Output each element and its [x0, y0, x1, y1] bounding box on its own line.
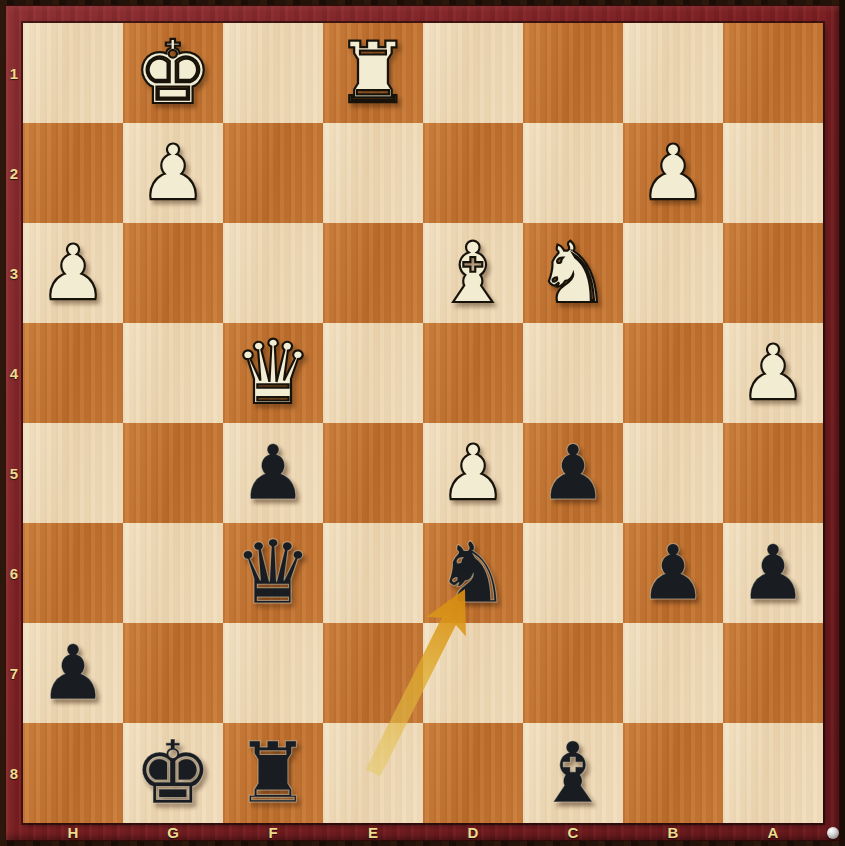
square-b4[interactable]: [623, 323, 723, 423]
square-h5[interactable]: [23, 423, 123, 523]
square-h6[interactable]: [23, 523, 123, 623]
square-b1[interactable]: [623, 23, 723, 123]
square-d2[interactable]: [423, 123, 523, 223]
black-queen-f6[interactable]: ♛: [223, 523, 323, 623]
square-h2[interactable]: [23, 123, 123, 223]
square-e6[interactable]: [323, 523, 423, 623]
square-c8[interactable]: ♝: [523, 723, 623, 823]
square-g7[interactable]: [123, 623, 223, 723]
square-f1[interactable]: [223, 23, 323, 123]
square-c3[interactable]: ♞: [523, 223, 623, 323]
square-g1[interactable]: ♚: [123, 23, 223, 123]
square-e3[interactable]: [323, 223, 423, 323]
square-g8[interactable]: ♚: [123, 723, 223, 823]
square-g3[interactable]: [123, 223, 223, 323]
file-label-c: C: [523, 823, 623, 841]
square-a8[interactable]: [723, 723, 823, 823]
square-h7[interactable]: ♟: [23, 623, 123, 723]
square-c7[interactable]: [523, 623, 623, 723]
file-label-g: G: [123, 823, 223, 841]
square-e4[interactable]: [323, 323, 423, 423]
white-pawn-a4[interactable]: ♟: [723, 323, 823, 423]
square-c6[interactable]: [523, 523, 623, 623]
file-label-d: D: [423, 823, 523, 841]
square-d8[interactable]: [423, 723, 523, 823]
white-pawn-h3[interactable]: ♟: [23, 223, 123, 323]
square-e7[interactable]: [323, 623, 423, 723]
square-g5[interactable]: [123, 423, 223, 523]
square-f2[interactable]: [223, 123, 323, 223]
file-label-e: E: [323, 823, 423, 841]
square-e5[interactable]: [323, 423, 423, 523]
square-a6[interactable]: ♟: [723, 523, 823, 623]
rank-label-5: 5: [5, 423, 23, 523]
square-e8[interactable]: [323, 723, 423, 823]
square-b6[interactable]: ♟: [623, 523, 723, 623]
rank-label-1: 1: [5, 23, 23, 123]
square-f5[interactable]: ♟: [223, 423, 323, 523]
square-h8[interactable]: [23, 723, 123, 823]
square-b2[interactable]: ♟: [623, 123, 723, 223]
file-label-a: A: [723, 823, 823, 841]
square-h3[interactable]: ♟: [23, 223, 123, 323]
file-label-f: F: [223, 823, 323, 841]
square-d5[interactable]: ♟: [423, 423, 523, 523]
square-f6[interactable]: ♛: [223, 523, 323, 623]
black-pawn-f5[interactable]: ♟: [223, 423, 323, 523]
square-f8[interactable]: ♜: [223, 723, 323, 823]
white-knight-c3[interactable]: ♞: [523, 223, 623, 323]
rank-label-7: 7: [5, 623, 23, 723]
square-b5[interactable]: [623, 423, 723, 523]
black-knight-d6[interactable]: ♞: [423, 523, 523, 623]
square-e2[interactable]: [323, 123, 423, 223]
rank-labels: 12345678: [5, 23, 23, 823]
square-a1[interactable]: [723, 23, 823, 123]
square-b7[interactable]: [623, 623, 723, 723]
white-pawn-b2[interactable]: ♟: [623, 123, 723, 223]
square-a2[interactable]: [723, 123, 823, 223]
chess-board: ♚♜♟♟♟♝♞♛♟♟♟♟♛♞♟♟♟♚♜♝: [23, 23, 823, 823]
square-c1[interactable]: [523, 23, 623, 123]
chess-app-window: ♚♜♟♟♟♝♞♛♟♟♟♟♛♞♟♟♟♚♜♝ 12345678 HGFEDCBA: [0, 0, 845, 846]
board-corner-button[interactable]: [827, 827, 839, 839]
black-pawn-c5[interactable]: ♟: [523, 423, 623, 523]
square-g2[interactable]: ♟: [123, 123, 223, 223]
square-f7[interactable]: [223, 623, 323, 723]
square-f3[interactable]: [223, 223, 323, 323]
square-d7[interactable]: [423, 623, 523, 723]
file-labels: HGFEDCBA: [23, 823, 823, 841]
white-pawn-d5[interactable]: ♟: [423, 423, 523, 523]
rank-label-3: 3: [5, 223, 23, 323]
black-pawn-b6[interactable]: ♟: [623, 523, 723, 623]
white-rook-e1[interactable]: ♜: [323, 23, 423, 123]
square-h1[interactable]: [23, 23, 123, 123]
square-d6[interactable]: ♞: [423, 523, 523, 623]
square-f4[interactable]: ♛: [223, 323, 323, 423]
square-a3[interactable]: [723, 223, 823, 323]
square-a4[interactable]: ♟: [723, 323, 823, 423]
square-a5[interactable]: [723, 423, 823, 523]
square-e1[interactable]: ♜: [323, 23, 423, 123]
square-h4[interactable]: [23, 323, 123, 423]
white-bishop-d3[interactable]: ♝: [423, 223, 523, 323]
black-king-g8[interactable]: ♚: [123, 723, 223, 823]
square-b3[interactable]: [623, 223, 723, 323]
square-c4[interactable]: [523, 323, 623, 423]
black-pawn-a6[interactable]: ♟: [723, 523, 823, 623]
black-bishop-c8[interactable]: ♝: [523, 723, 623, 823]
white-queen-f4[interactable]: ♛: [223, 323, 323, 423]
square-a7[interactable]: [723, 623, 823, 723]
rank-label-4: 4: [5, 323, 23, 423]
square-c5[interactable]: ♟: [523, 423, 623, 523]
black-rook-f8[interactable]: ♜: [223, 723, 323, 823]
rank-label-8: 8: [5, 723, 23, 823]
rank-label-2: 2: [5, 123, 23, 223]
square-g6[interactable]: [123, 523, 223, 623]
black-pawn-h7[interactable]: ♟: [23, 623, 123, 723]
file-label-h: H: [23, 823, 123, 841]
white-pawn-g2[interactable]: ♟: [123, 123, 223, 223]
square-b8[interactable]: [623, 723, 723, 823]
file-label-b: B: [623, 823, 723, 841]
square-d4[interactable]: [423, 323, 523, 423]
white-king-g1[interactable]: ♚: [123, 23, 223, 123]
square-d3[interactable]: ♝: [423, 223, 523, 323]
square-c2[interactable]: [523, 123, 623, 223]
square-g4[interactable]: [123, 323, 223, 423]
square-d1[interactable]: [423, 23, 523, 123]
rank-label-6: 6: [5, 523, 23, 623]
